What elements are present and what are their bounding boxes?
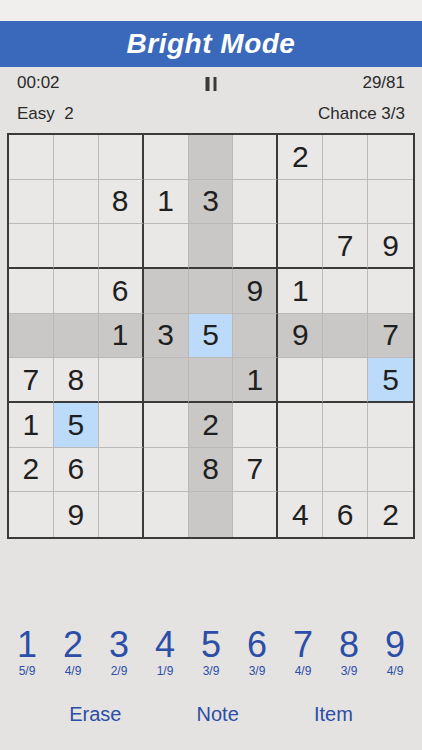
numpad-key-2[interactable]: 24/9 — [51, 626, 95, 684]
page-title: Bright Mode — [127, 28, 296, 60]
numpad-remaining-count: 2/9 — [111, 664, 128, 678]
cell-r8c7[interactable] — [278, 448, 323, 493]
cell-r3c8[interactable]: 7 — [323, 224, 368, 269]
cell-r8c3[interactable] — [99, 448, 144, 493]
cell-r9c1[interactable] — [9, 492, 54, 537]
cell-r1c8[interactable] — [323, 135, 368, 180]
cell-r7c6[interactable] — [233, 403, 278, 448]
cell-r1c7[interactable]: 2 — [278, 135, 323, 180]
cell-r3c6[interactable] — [233, 224, 278, 269]
cell-r9c2[interactable]: 9 — [54, 492, 99, 537]
cell-r5c4[interactable]: 3 — [144, 314, 189, 359]
tool-bar: EraseNoteItem — [0, 698, 422, 730]
cell-r3c7[interactable] — [278, 224, 323, 269]
cell-r1c3[interactable] — [99, 135, 144, 180]
pause-icon — [206, 77, 210, 91]
numpad-digit: 7 — [293, 626, 313, 664]
numpad-key-7[interactable]: 74/9 — [281, 626, 325, 684]
numpad-digit: 8 — [339, 626, 359, 664]
number-pad: 15/924/932/941/953/963/974/983/994/9 — [0, 626, 422, 684]
cell-r5c3[interactable]: 1 — [99, 314, 144, 359]
chance-label: Chance 3/3 — [318, 104, 405, 124]
cell-r7c4[interactable] — [144, 403, 189, 448]
cell-r1c2[interactable] — [54, 135, 99, 180]
cell-r2c9[interactable] — [368, 180, 413, 225]
cell-r4c7[interactable]: 1 — [278, 269, 323, 314]
cell-r2c4[interactable]: 1 — [144, 180, 189, 225]
info-panel: 00:02 29/81 Easy 2 Chance 3/3 — [0, 67, 422, 131]
cell-r1c1[interactable] — [9, 135, 54, 180]
cell-r2c8[interactable] — [323, 180, 368, 225]
cell-r9c6[interactable] — [233, 492, 278, 537]
cell-r8c8[interactable] — [323, 448, 368, 493]
timer-label: 00:02 — [17, 73, 60, 93]
cell-r6c4[interactable] — [144, 358, 189, 403]
numpad-remaining-count: 4/9 — [65, 664, 82, 678]
cell-r8c4[interactable] — [144, 448, 189, 493]
cell-r6c8[interactable] — [323, 358, 368, 403]
numpad-key-9[interactable]: 94/9 — [373, 626, 417, 684]
cell-r7c9[interactable] — [368, 403, 413, 448]
cell-r4c9[interactable] — [368, 269, 413, 314]
cell-r2c6[interactable] — [233, 180, 278, 225]
cell-r8c5[interactable]: 8 — [189, 448, 234, 493]
cell-r6c7[interactable] — [278, 358, 323, 403]
cell-r9c9[interactable]: 2 — [368, 492, 413, 537]
pause-button[interactable] — [204, 75, 219, 93]
cell-r4c1[interactable] — [9, 269, 54, 314]
erase-button[interactable]: Erase — [63, 701, 127, 728]
cell-r8c6[interactable]: 7 — [233, 448, 278, 493]
cell-r7c5[interactable]: 2 — [189, 403, 234, 448]
cell-r2c5[interactable]: 3 — [189, 180, 234, 225]
numpad-digit: 6 — [247, 626, 267, 664]
cell-r2c7[interactable] — [278, 180, 323, 225]
cell-r4c2[interactable] — [54, 269, 99, 314]
cell-r9c5[interactable] — [189, 492, 234, 537]
cell-r5c5[interactable]: 5 — [189, 314, 234, 359]
cell-r8c1[interactable]: 2 — [9, 448, 54, 493]
cell-r3c3[interactable] — [99, 224, 144, 269]
cell-r7c3[interactable] — [99, 403, 144, 448]
cell-r8c9[interactable] — [368, 448, 413, 493]
cell-r7c1[interactable]: 1 — [9, 403, 54, 448]
cell-r6c1[interactable]: 7 — [9, 358, 54, 403]
cell-r1c4[interactable] — [144, 135, 189, 180]
cell-r9c8[interactable]: 6 — [323, 492, 368, 537]
cell-r4c6[interactable]: 9 — [233, 269, 278, 314]
numpad-key-8[interactable]: 83/9 — [327, 626, 371, 684]
pause-icon — [213, 77, 217, 91]
cell-r3c4[interactable] — [144, 224, 189, 269]
numpad-digit: 9 — [385, 626, 405, 664]
numpad-remaining-count: 3/9 — [341, 664, 358, 678]
cell-r6c5[interactable] — [189, 358, 234, 403]
cell-r4c4[interactable] — [144, 269, 189, 314]
cell-r5c7[interactable]: 9 — [278, 314, 323, 359]
numpad-key-1[interactable]: 15/9 — [5, 626, 49, 684]
numpad-key-4[interactable]: 41/9 — [143, 626, 187, 684]
cell-r5c2[interactable] — [54, 314, 99, 359]
difficulty-label: Easy 2 — [17, 104, 74, 124]
numpad-key-3[interactable]: 32/9 — [97, 626, 141, 684]
cell-r6c3[interactable] — [99, 358, 144, 403]
note-button[interactable]: Note — [191, 701, 245, 728]
cell-r7c8[interactable] — [323, 403, 368, 448]
cell-r3c2[interactable] — [54, 224, 99, 269]
cell-r6c2[interactable]: 8 — [54, 358, 99, 403]
info-row-bottom: Easy 2 Chance 3/3 — [0, 98, 422, 129]
cell-r6c9[interactable]: 5 — [368, 358, 413, 403]
cell-r5c6[interactable] — [233, 314, 278, 359]
cell-r2c3[interactable]: 8 — [99, 180, 144, 225]
numpad-remaining-count: 5/9 — [19, 664, 36, 678]
cell-r4c3[interactable]: 6 — [99, 269, 144, 314]
cell-r4c8[interactable] — [323, 269, 368, 314]
sudoku-board: 28137969113597781515226879462 — [7, 133, 415, 539]
cell-r5c1[interactable] — [9, 314, 54, 359]
cell-r1c5[interactable] — [189, 135, 234, 180]
cell-r9c4[interactable] — [144, 492, 189, 537]
cell-r2c2[interactable] — [54, 180, 99, 225]
cell-r9c3[interactable] — [99, 492, 144, 537]
status-bar-strip — [0, 0, 422, 21]
cell-r5c9[interactable]: 7 — [368, 314, 413, 359]
numpad-remaining-count: 3/9 — [203, 664, 220, 678]
numpad-remaining-count: 4/9 — [295, 664, 312, 678]
numpad-remaining-count: 1/9 — [157, 664, 174, 678]
item-button[interactable]: Item — [308, 701, 359, 728]
cell-r4c5[interactable] — [189, 269, 234, 314]
numpad-key-5[interactable]: 53/9 — [189, 626, 233, 684]
numpad-key-6[interactable]: 63/9 — [235, 626, 279, 684]
numpad-digit: 5 — [201, 626, 221, 664]
cell-r3c1[interactable] — [9, 224, 54, 269]
numpad-digit: 3 — [109, 626, 129, 664]
numpad-digit: 1 — [17, 626, 37, 664]
cell-r7c7[interactable] — [278, 403, 323, 448]
cell-r6c6[interactable]: 1 — [233, 358, 278, 403]
app-screen: Bright Mode 00:02 29/81 Easy 2 Chance 3/… — [0, 0, 422, 750]
cell-r1c9[interactable] — [368, 135, 413, 180]
numpad-digit: 4 — [155, 626, 175, 664]
cell-r3c9[interactable]: 9 — [368, 224, 413, 269]
numpad-remaining-count: 3/9 — [249, 664, 266, 678]
cell-r2c1[interactable] — [9, 180, 54, 225]
title-banner: Bright Mode — [0, 21, 422, 67]
progress-label: 29/81 — [362, 73, 405, 93]
numpad-digit: 2 — [63, 626, 83, 664]
cell-r3c5[interactable] — [189, 224, 234, 269]
numpad-remaining-count: 4/9 — [387, 664, 404, 678]
cell-r1c6[interactable] — [233, 135, 278, 180]
cell-r8c2[interactable]: 6 — [54, 448, 99, 493]
cell-r5c8[interactable] — [323, 314, 368, 359]
cell-r9c7[interactable]: 4 — [278, 492, 323, 537]
cell-r7c2[interactable]: 5 — [54, 403, 99, 448]
